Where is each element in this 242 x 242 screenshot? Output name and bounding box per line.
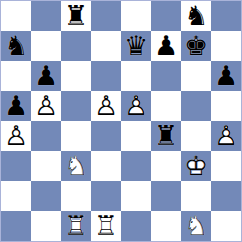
square-g3[interactable]: ♚♔ bbox=[181, 151, 211, 181]
square-h3[interactable] bbox=[211, 151, 241, 181]
white-pawn-icon: ♟ bbox=[121, 91, 151, 121]
black-knight-icon: ♞ bbox=[1, 31, 31, 61]
square-e3[interactable] bbox=[121, 151, 151, 181]
square-b5[interactable]: ♟♙ bbox=[31, 91, 61, 121]
square-b4[interactable] bbox=[31, 121, 61, 151]
white-pawn-icon: ♟ bbox=[211, 121, 241, 151]
square-e6[interactable] bbox=[121, 61, 151, 91]
square-g8[interactable]: ♞ bbox=[181, 1, 211, 31]
square-e8[interactable] bbox=[121, 1, 151, 31]
black-king-icon: ♚ bbox=[181, 31, 211, 61]
square-c8[interactable]: ♜ bbox=[61, 1, 91, 31]
square-b2[interactable] bbox=[31, 181, 61, 211]
square-g4[interactable] bbox=[181, 121, 211, 151]
square-f6[interactable] bbox=[151, 61, 181, 91]
square-g2[interactable] bbox=[181, 181, 211, 211]
square-c7[interactable] bbox=[61, 31, 91, 61]
square-h2[interactable] bbox=[211, 181, 241, 211]
square-a2[interactable] bbox=[1, 181, 31, 211]
square-d5[interactable]: ♟♙ bbox=[91, 91, 121, 121]
black-knight-icon: ♞ bbox=[181, 1, 211, 31]
square-g5[interactable] bbox=[181, 91, 211, 121]
square-f4[interactable]: ♜ bbox=[151, 121, 181, 151]
square-a8[interactable] bbox=[1, 1, 31, 31]
white-rook-icon: ♜ bbox=[61, 211, 91, 241]
square-f1[interactable] bbox=[151, 211, 181, 241]
square-e4[interactable] bbox=[121, 121, 151, 151]
square-d6[interactable] bbox=[91, 61, 121, 91]
white-rook-outline-icon: ♖ bbox=[91, 211, 121, 241]
square-a7[interactable]: ♞ bbox=[1, 31, 31, 61]
white-knight-outline-icon: ♘ bbox=[181, 211, 211, 241]
square-f2[interactable] bbox=[151, 181, 181, 211]
black-pawn-icon: ♟ bbox=[151, 31, 181, 61]
white-king-icon: ♚ bbox=[181, 151, 211, 181]
white-pawn-outline-icon: ♙ bbox=[1, 121, 31, 151]
square-e1[interactable] bbox=[121, 211, 151, 241]
square-c1[interactable]: ♜♖ bbox=[61, 211, 91, 241]
square-b6[interactable]: ♟ bbox=[31, 61, 61, 91]
white-pawn-outline-icon: ♙ bbox=[91, 91, 121, 121]
white-rook-icon: ♜ bbox=[91, 211, 121, 241]
black-queen-icon: ♛ bbox=[121, 31, 151, 61]
white-pawn-icon: ♟ bbox=[1, 121, 31, 151]
square-a5[interactable]: ♟ bbox=[1, 91, 31, 121]
white-rook-outline-icon: ♖ bbox=[61, 211, 91, 241]
black-pawn-icon: ♟ bbox=[1, 91, 31, 121]
square-b3[interactable] bbox=[31, 151, 61, 181]
square-h1[interactable] bbox=[211, 211, 241, 241]
square-d7[interactable] bbox=[91, 31, 121, 61]
black-pawn-icon: ♟ bbox=[211, 61, 241, 91]
square-d2[interactable] bbox=[91, 181, 121, 211]
square-g1[interactable]: ♞♘ bbox=[181, 211, 211, 241]
white-knight-icon: ♞ bbox=[61, 151, 91, 181]
black-rook-icon: ♜ bbox=[61, 1, 91, 31]
black-pawn-icon: ♟ bbox=[31, 61, 61, 91]
square-a4[interactable]: ♟♙ bbox=[1, 121, 31, 151]
white-pawn-outline-icon: ♙ bbox=[211, 121, 241, 151]
square-h4[interactable]: ♟♙ bbox=[211, 121, 241, 151]
square-e5[interactable]: ♟♙ bbox=[121, 91, 151, 121]
square-g7[interactable]: ♚ bbox=[181, 31, 211, 61]
square-b7[interactable] bbox=[31, 31, 61, 61]
square-c5[interactable] bbox=[61, 91, 91, 121]
square-c3[interactable]: ♞♘ bbox=[61, 151, 91, 181]
chess-board-wrapper: ♜♞♞♛♟♚♟♟♟♟♙♟♙♟♙♟♙♜♟♙♞♘♚♔♜♖♜♖♞♘ bbox=[0, 0, 242, 242]
square-c6[interactable] bbox=[61, 61, 91, 91]
white-pawn-outline-icon: ♙ bbox=[31, 91, 61, 121]
square-f8[interactable] bbox=[151, 1, 181, 31]
square-d3[interactable] bbox=[91, 151, 121, 181]
square-f3[interactable] bbox=[151, 151, 181, 181]
square-a6[interactable] bbox=[1, 61, 31, 91]
black-rook-icon: ♜ bbox=[151, 121, 181, 151]
square-b1[interactable] bbox=[31, 211, 61, 241]
square-e2[interactable] bbox=[121, 181, 151, 211]
square-h7[interactable] bbox=[211, 31, 241, 61]
white-knight-outline-icon: ♘ bbox=[61, 151, 91, 181]
square-a3[interactable] bbox=[1, 151, 31, 181]
square-g6[interactable] bbox=[181, 61, 211, 91]
white-pawn-icon: ♟ bbox=[91, 91, 121, 121]
square-h8[interactable] bbox=[211, 1, 241, 31]
square-f5[interactable] bbox=[151, 91, 181, 121]
chess-board: ♜♞♞♛♟♚♟♟♟♟♙♟♙♟♙♟♙♜♟♙♞♘♚♔♜♖♜♖♞♘ bbox=[0, 0, 242, 242]
white-pawn-outline-icon: ♙ bbox=[121, 91, 151, 121]
square-d8[interactable] bbox=[91, 1, 121, 31]
square-c4[interactable] bbox=[61, 121, 91, 151]
square-b8[interactable] bbox=[31, 1, 61, 31]
square-d1[interactable]: ♜♖ bbox=[91, 211, 121, 241]
white-knight-icon: ♞ bbox=[181, 211, 211, 241]
square-h5[interactable] bbox=[211, 91, 241, 121]
square-a1[interactable] bbox=[1, 211, 31, 241]
white-pawn-icon: ♟ bbox=[31, 91, 61, 121]
square-h6[interactable]: ♟ bbox=[211, 61, 241, 91]
square-f7[interactable]: ♟ bbox=[151, 31, 181, 61]
square-e7[interactable]: ♛ bbox=[121, 31, 151, 61]
white-king-outline-icon: ♔ bbox=[181, 151, 211, 181]
square-c2[interactable] bbox=[61, 181, 91, 211]
square-d4[interactable] bbox=[91, 121, 121, 151]
